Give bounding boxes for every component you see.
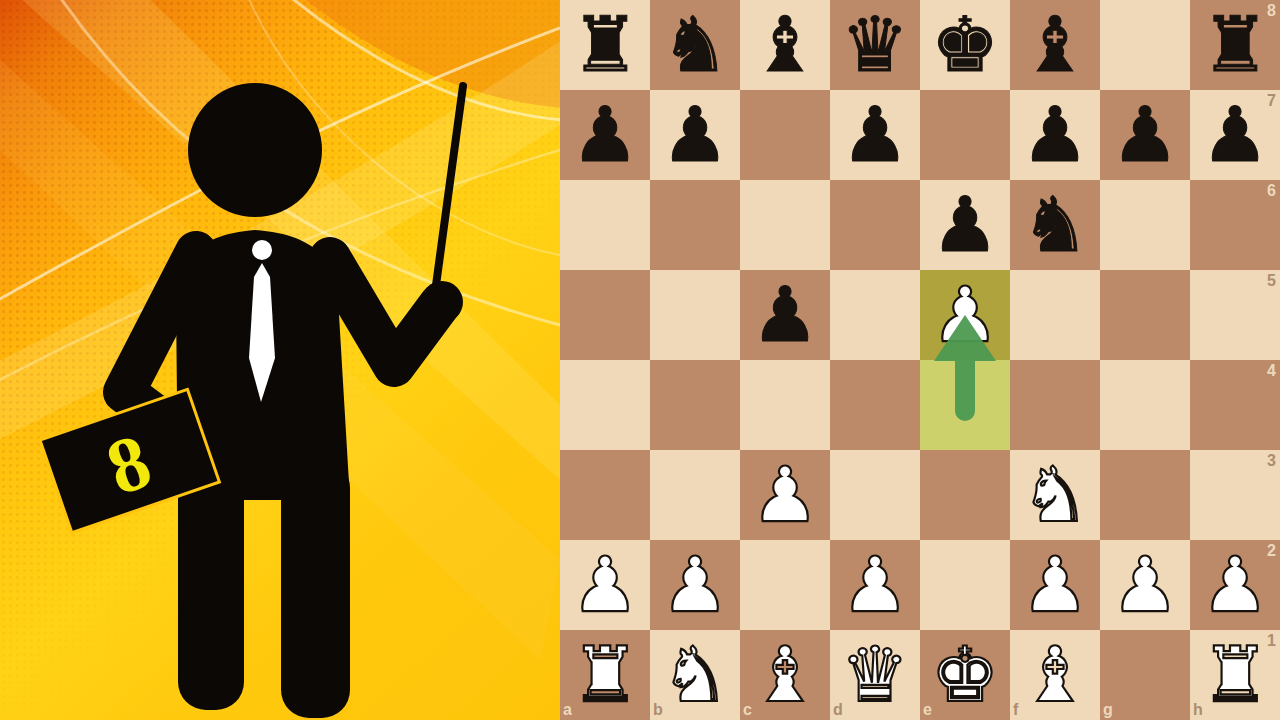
square-f5[interactable]: [1010, 270, 1100, 360]
piece-wp-c3[interactable]: ♟: [740, 450, 830, 540]
necktie-knot: [252, 240, 272, 260]
square-h8[interactable]: ♜8: [1190, 0, 1280, 90]
piece-bq-d8[interactable]: ♛: [830, 0, 920, 90]
square-b7[interactable]: ♟: [650, 90, 740, 180]
thumbnail-stage: 8 ♜♞♝♛♚♝♜8♟♟♟♟♟♟7♟♞6♟♟54♟♞3♟♟♟♟♟♟2♜a♞b♝c…: [0, 0, 1280, 720]
square-f8[interactable]: ♝: [1010, 0, 1100, 90]
piece-wp-a2[interactable]: ♟: [560, 540, 650, 630]
square-d1[interactable]: ♛d: [830, 630, 920, 720]
file-label-h: h: [1193, 702, 1203, 718]
piece-bp-g7[interactable]: ♟: [1100, 90, 1190, 180]
square-e4[interactable]: [920, 360, 1010, 450]
square-a7[interactable]: ♟: [560, 90, 650, 180]
piece-bb-f8[interactable]: ♝: [1010, 0, 1100, 90]
piece-bp-e6[interactable]: ♟: [920, 180, 1010, 270]
square-e2[interactable]: [920, 540, 1010, 630]
file-label-d: d: [833, 702, 843, 718]
square-c4[interactable]: [740, 360, 830, 450]
square-c2[interactable]: [740, 540, 830, 630]
square-c7[interactable]: [740, 90, 830, 180]
square-c5[interactable]: ♟: [740, 270, 830, 360]
square-e6[interactable]: ♟: [920, 180, 1010, 270]
piece-wp-f2[interactable]: ♟: [1010, 540, 1100, 630]
piece-wn-b1[interactable]: ♞: [650, 630, 740, 720]
piece-wq-d1[interactable]: ♛: [830, 630, 920, 720]
piece-bp-c5[interactable]: ♟: [740, 270, 830, 360]
square-a5[interactable]: [560, 270, 650, 360]
piece-wn-f3[interactable]: ♞: [1010, 450, 1100, 540]
square-b2[interactable]: ♟: [650, 540, 740, 630]
square-h2[interactable]: ♟2: [1190, 540, 1280, 630]
square-e1[interactable]: ♚e: [920, 630, 1010, 720]
square-f6[interactable]: ♞: [1010, 180, 1100, 270]
square-a6[interactable]: [560, 180, 650, 270]
square-h5[interactable]: 5: [1190, 270, 1280, 360]
chess-board-area: ♜♞♝♛♚♝♜8♟♟♟♟♟♟7♟♞6♟♟54♟♞3♟♟♟♟♟♟2♜a♞b♝c♛d…: [560, 0, 1280, 720]
piece-wp-b2[interactable]: ♟: [650, 540, 740, 630]
square-g6[interactable]: [1100, 180, 1190, 270]
square-g1[interactable]: g: [1100, 630, 1190, 720]
piece-wp-g2[interactable]: ♟: [1100, 540, 1190, 630]
rank-label-7: 7: [1267, 93, 1276, 109]
square-g5[interactable]: [1100, 270, 1190, 360]
square-h3[interactable]: 3: [1190, 450, 1280, 540]
square-f3[interactable]: ♞: [1010, 450, 1100, 540]
square-a4[interactable]: [560, 360, 650, 450]
piece-bp-a7[interactable]: ♟: [560, 90, 650, 180]
square-b3[interactable]: [650, 450, 740, 540]
square-b8[interactable]: ♞: [650, 0, 740, 90]
square-g4[interactable]: [1100, 360, 1190, 450]
rank-label-4: 4: [1267, 363, 1276, 379]
square-h4[interactable]: 4: [1190, 360, 1280, 450]
teacher-illustration: 8: [0, 0, 560, 720]
square-f1[interactable]: ♝f: [1010, 630, 1100, 720]
teacher-fist: [421, 281, 463, 323]
rank-label-6: 6: [1267, 183, 1276, 199]
file-label-a: a: [563, 702, 572, 718]
rank-label-8: 8: [1267, 3, 1276, 19]
teacher-head: [188, 83, 322, 217]
square-h1[interactable]: ♜1h: [1190, 630, 1280, 720]
square-e5[interactable]: ♟: [920, 270, 1010, 360]
square-c3[interactable]: ♟: [740, 450, 830, 540]
square-a2[interactable]: ♟: [560, 540, 650, 630]
lesson-thumbnail-panel: 8: [0, 0, 560, 720]
square-d3[interactable]: [830, 450, 920, 540]
file-label-g: g: [1103, 702, 1113, 718]
square-b6[interactable]: [650, 180, 740, 270]
square-b4[interactable]: [650, 360, 740, 450]
file-label-c: c: [743, 702, 752, 718]
square-e7[interactable]: [920, 90, 1010, 180]
piece-wr-a1[interactable]: ♜: [560, 630, 650, 720]
teacher-right-leg: [281, 460, 350, 718]
piece-bp-b7[interactable]: ♟: [650, 90, 740, 180]
square-e8[interactable]: ♚: [920, 0, 1010, 90]
rank-label-5: 5: [1267, 273, 1276, 289]
square-a1[interactable]: ♜a: [560, 630, 650, 720]
piece-bk-e8[interactable]: ♚: [920, 0, 1010, 90]
piece-wp-e5[interactable]: ♟: [920, 270, 1010, 360]
rank-label-2: 2: [1267, 543, 1276, 559]
piece-wb-c1[interactable]: ♝: [740, 630, 830, 720]
square-h6[interactable]: 6: [1190, 180, 1280, 270]
square-g2[interactable]: ♟: [1100, 540, 1190, 630]
square-c1[interactable]: ♝c: [740, 630, 830, 720]
square-d7[interactable]: ♟: [830, 90, 920, 180]
piece-bp-d7[interactable]: ♟: [830, 90, 920, 180]
square-c8[interactable]: ♝: [740, 0, 830, 90]
file-label-e: e: [923, 702, 932, 718]
teacher-left-leg: [178, 460, 244, 710]
rank-label-1: 1: [1267, 633, 1276, 649]
file-label-b: b: [653, 702, 663, 718]
square-c6[interactable]: [740, 180, 830, 270]
square-h7[interactable]: ♟7: [1190, 90, 1280, 180]
piece-wp-d2[interactable]: ♟: [830, 540, 920, 630]
last-move-highlight-e4: [920, 360, 1010, 450]
piece-br-a8[interactable]: ♜: [560, 0, 650, 90]
file-label-f: f: [1013, 702, 1018, 718]
piece-bn-f6[interactable]: ♞: [1010, 180, 1100, 270]
rank-label-3: 3: [1267, 453, 1276, 469]
square-d6[interactable]: [830, 180, 920, 270]
piece-wb-f1[interactable]: ♝: [1010, 630, 1100, 720]
square-f7[interactable]: ♟: [1010, 90, 1100, 180]
square-g7[interactable]: ♟: [1100, 90, 1190, 180]
square-g8[interactable]: [1100, 0, 1190, 90]
piece-wk-e1[interactable]: ♚: [920, 630, 1010, 720]
square-a8[interactable]: ♜: [560, 0, 650, 90]
chess-board: ♜♞♝♛♚♝♜8♟♟♟♟♟♟7♟♞6♟♟54♟♞3♟♟♟♟♟♟2♜a♞b♝c♛d…: [560, 0, 1280, 720]
piece-bb-c8[interactable]: ♝: [740, 0, 830, 90]
square-b5[interactable]: [650, 270, 740, 360]
piece-bp-f7[interactable]: ♟: [1010, 90, 1100, 180]
square-d2[interactable]: ♟: [830, 540, 920, 630]
square-d8[interactable]: ♛: [830, 0, 920, 90]
square-f2[interactable]: ♟: [1010, 540, 1100, 630]
square-d4[interactable]: [830, 360, 920, 450]
square-f4[interactable]: [1010, 360, 1100, 450]
square-d5[interactable]: [830, 270, 920, 360]
square-a3[interactable]: [560, 450, 650, 540]
square-e3[interactable]: [920, 450, 1010, 540]
square-g3[interactable]: [1100, 450, 1190, 540]
square-b1[interactable]: ♞b: [650, 630, 740, 720]
piece-bn-b8[interactable]: ♞: [650, 0, 740, 90]
